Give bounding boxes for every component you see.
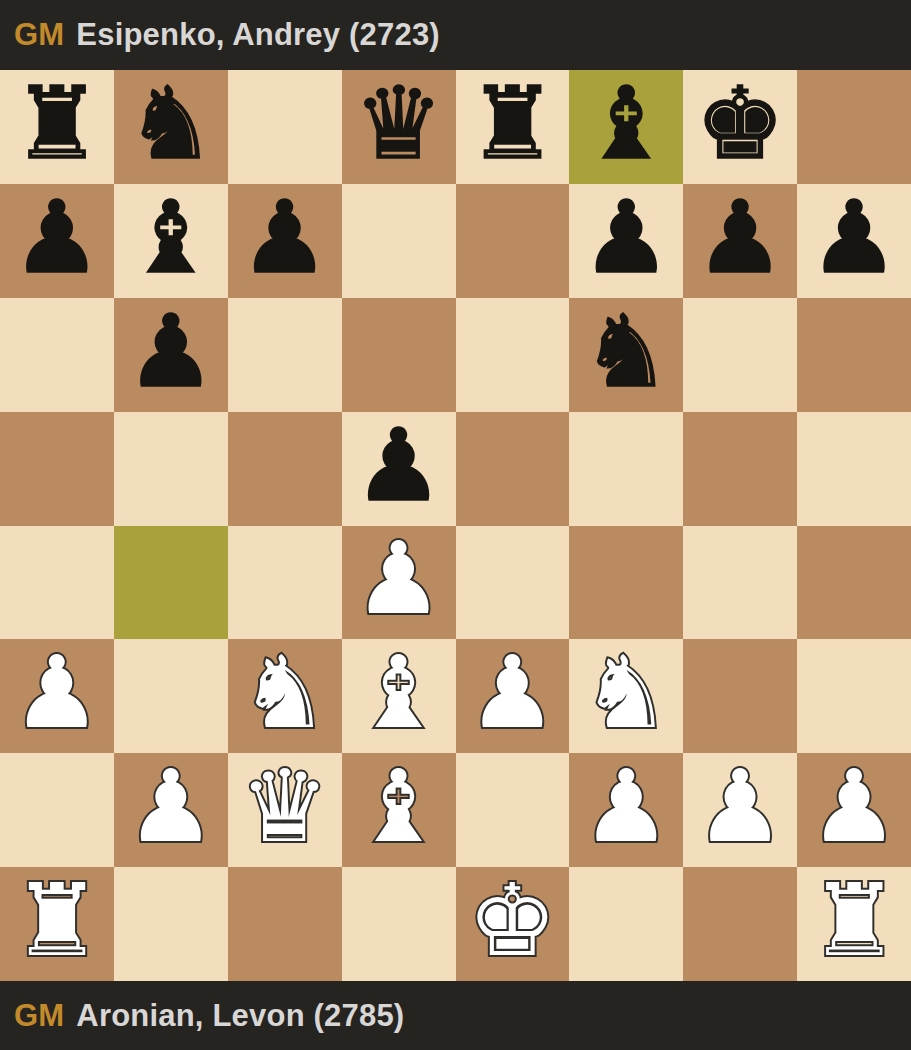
square-e4[interactable]	[456, 526, 570, 640]
top-player-title-badge: GM	[14, 17, 64, 53]
square-a1[interactable]: ♜	[0, 867, 114, 981]
square-a4[interactable]	[0, 526, 114, 640]
bottom-player-bar: GM Aronian, Levon (2785)	[0, 981, 911, 1050]
piece-black-knight: ♞	[581, 302, 671, 402]
square-b5[interactable]	[114, 412, 228, 526]
bottom-player-title-badge: GM	[14, 998, 64, 1034]
piece-black-rook: ♜	[468, 74, 558, 174]
piece-white-pawn: ♟	[12, 643, 102, 743]
piece-white-king: ♚	[468, 871, 558, 971]
board: ♜♞♛♜♝♚♟♝♟♟♟♟♟♞♟♟♟♞♝♟♞♟♛♝♟♟♟♜♚♜	[0, 70, 911, 981]
square-a8[interactable]: ♜	[0, 70, 114, 184]
square-d7[interactable]	[342, 184, 456, 298]
square-g3[interactable]	[683, 639, 797, 753]
square-e5[interactable]	[456, 412, 570, 526]
square-b7[interactable]: ♝	[114, 184, 228, 298]
square-f2[interactable]: ♟	[569, 753, 683, 867]
square-h2[interactable]: ♟	[797, 753, 911, 867]
square-b8[interactable]: ♞	[114, 70, 228, 184]
square-d8[interactable]: ♛	[342, 70, 456, 184]
piece-black-pawn: ♟	[126, 302, 216, 402]
piece-white-pawn: ♟	[126, 757, 216, 857]
square-f8[interactable]: ♝	[569, 70, 683, 184]
square-g6[interactable]	[683, 298, 797, 412]
square-g2[interactable]: ♟	[683, 753, 797, 867]
square-c4[interactable]	[228, 526, 342, 640]
piece-black-king: ♚	[695, 74, 785, 174]
square-c6[interactable]	[228, 298, 342, 412]
piece-black-pawn: ♟	[695, 188, 785, 288]
square-d3[interactable]: ♝	[342, 639, 456, 753]
square-a5[interactable]	[0, 412, 114, 526]
square-h7[interactable]: ♟	[797, 184, 911, 298]
square-f4[interactable]	[569, 526, 683, 640]
square-c8[interactable]	[228, 70, 342, 184]
square-a3[interactable]: ♟	[0, 639, 114, 753]
piece-black-queen: ♛	[354, 74, 444, 174]
square-c2[interactable]: ♛	[228, 753, 342, 867]
square-a6[interactable]	[0, 298, 114, 412]
square-g4[interactable]	[683, 526, 797, 640]
square-e6[interactable]	[456, 298, 570, 412]
square-f1[interactable]	[569, 867, 683, 981]
piece-white-pawn: ♟	[695, 757, 785, 857]
square-f7[interactable]: ♟	[569, 184, 683, 298]
piece-white-pawn: ♟	[354, 529, 444, 629]
square-h4[interactable]	[797, 526, 911, 640]
piece-white-pawn: ♟	[468, 643, 558, 743]
square-d1[interactable]	[342, 867, 456, 981]
square-b3[interactable]	[114, 639, 228, 753]
square-d6[interactable]	[342, 298, 456, 412]
square-a7[interactable]: ♟	[0, 184, 114, 298]
square-e2[interactable]	[456, 753, 570, 867]
square-d4[interactable]: ♟	[342, 526, 456, 640]
piece-white-knight: ♞	[240, 643, 330, 743]
piece-black-pawn: ♟	[354, 416, 444, 516]
piece-black-rook: ♜	[12, 74, 102, 174]
piece-white-rook: ♜	[809, 871, 899, 971]
bottom-player-name: Aronian, Levon (2785)	[76, 998, 404, 1034]
square-f6[interactable]: ♞	[569, 298, 683, 412]
square-g5[interactable]	[683, 412, 797, 526]
square-c7[interactable]: ♟	[228, 184, 342, 298]
piece-white-bishop: ♝	[354, 643, 444, 743]
square-d5[interactable]: ♟	[342, 412, 456, 526]
piece-black-pawn: ♟	[581, 188, 671, 288]
piece-black-pawn: ♟	[809, 188, 899, 288]
square-e3[interactable]: ♟	[456, 639, 570, 753]
square-h3[interactable]	[797, 639, 911, 753]
piece-black-pawn: ♟	[12, 188, 102, 288]
square-h5[interactable]	[797, 412, 911, 526]
square-h1[interactable]: ♜	[797, 867, 911, 981]
square-e1[interactable]: ♚	[456, 867, 570, 981]
square-b6[interactable]: ♟	[114, 298, 228, 412]
square-g7[interactable]: ♟	[683, 184, 797, 298]
square-e8[interactable]: ♜	[456, 70, 570, 184]
piece-black-knight: ♞	[126, 74, 216, 174]
piece-white-pawn: ♟	[809, 757, 899, 857]
square-a2[interactable]	[0, 753, 114, 867]
square-b1[interactable]	[114, 867, 228, 981]
square-d2[interactable]: ♝	[342, 753, 456, 867]
piece-black-bishop: ♝	[581, 74, 671, 174]
piece-white-rook: ♜	[12, 871, 102, 971]
piece-white-queen: ♛	[240, 757, 330, 857]
square-c3[interactable]: ♞	[228, 639, 342, 753]
square-g1[interactable]	[683, 867, 797, 981]
square-e7[interactable]	[456, 184, 570, 298]
piece-white-knight: ♞	[581, 643, 671, 743]
top-player-name: Esipenko, Andrey (2723)	[76, 17, 440, 53]
square-f5[interactable]	[569, 412, 683, 526]
piece-white-bishop: ♝	[354, 757, 444, 857]
square-b4[interactable]	[114, 526, 228, 640]
chess-app-window: GM Esipenko, Andrey (2723) ♜♞♛♜♝♚♟♝♟♟♟♟♟…	[0, 0, 911, 1050]
square-h8[interactable]	[797, 70, 911, 184]
piece-black-pawn: ♟	[240, 188, 330, 288]
square-b2[interactable]: ♟	[114, 753, 228, 867]
piece-black-bishop: ♝	[126, 188, 216, 288]
piece-white-pawn: ♟	[581, 757, 671, 857]
square-c5[interactable]	[228, 412, 342, 526]
square-c1[interactable]	[228, 867, 342, 981]
square-f3[interactable]: ♞	[569, 639, 683, 753]
square-h6[interactable]	[797, 298, 911, 412]
top-player-bar: GM Esipenko, Andrey (2723)	[0, 0, 911, 70]
square-g8[interactable]: ♚	[683, 70, 797, 184]
